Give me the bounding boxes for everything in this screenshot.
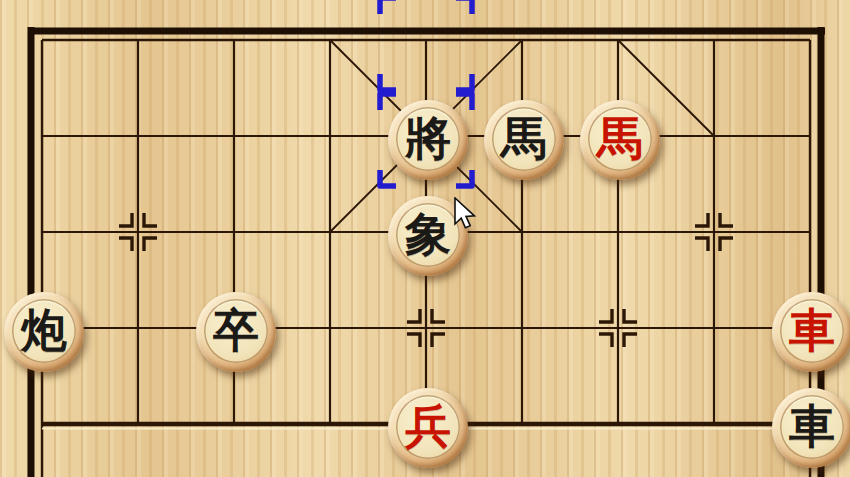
cursor-arrow: [453, 197, 479, 231]
move-highlight-markers: [0, 0, 850, 477]
xiangqi-board: 將馬馬象炮卒車兵車: [0, 0, 850, 477]
